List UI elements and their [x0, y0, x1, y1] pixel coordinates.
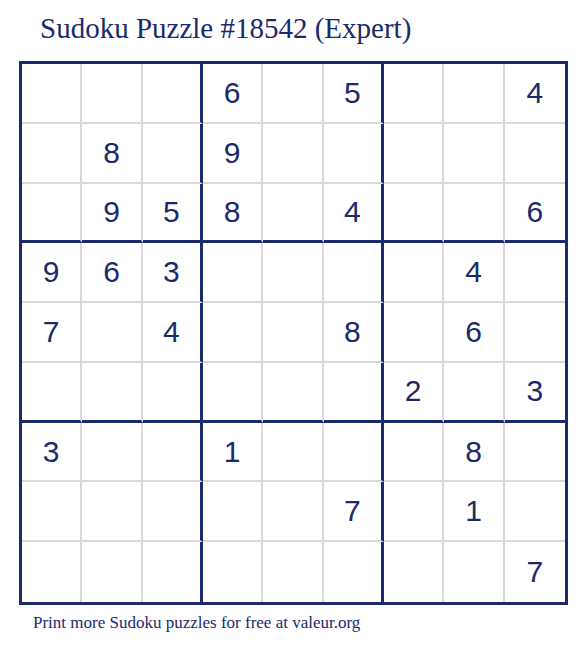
- sudoku-cell-r8c1: [22, 482, 82, 542]
- sudoku-cell-r6c1: [22, 363, 82, 423]
- sudoku-cell-r9c8: [444, 542, 504, 602]
- sudoku-cell-r6c4: [203, 363, 263, 423]
- sudoku-cell-r7c8: 8: [444, 423, 504, 483]
- sudoku-cell-r2c2: 8: [82, 124, 142, 184]
- sudoku-cell-r5c2: [82, 303, 142, 363]
- sudoku-cell-r6c3: [143, 363, 203, 423]
- sudoku-cell-r8c3: [143, 482, 203, 542]
- sudoku-cell-r8c8: 1: [444, 482, 504, 542]
- sudoku-page: Sudoku Puzzle #18542 (Expert) 6548995846…: [0, 0, 580, 651]
- sudoku-cell-r3c2: 9: [82, 184, 142, 244]
- sudoku-cell-r9c5: [263, 542, 323, 602]
- sudoku-cell-r7c9: [505, 423, 565, 483]
- sudoku-cell-r1c5: [263, 64, 323, 124]
- sudoku-cell-r4c9: [505, 243, 565, 303]
- sudoku-cell-r4c7: [384, 243, 444, 303]
- sudoku-cell-r1c4: 6: [203, 64, 263, 124]
- sudoku-cell-r8c4: [203, 482, 263, 542]
- sudoku-cell-r3c5: [263, 184, 323, 244]
- sudoku-cell-r8c7: [384, 482, 444, 542]
- sudoku-cell-r5c9: [505, 303, 565, 363]
- sudoku-cell-r4c3: 3: [143, 243, 203, 303]
- sudoku-cell-r3c7: [384, 184, 444, 244]
- sudoku-cell-r3c9: 6: [505, 184, 565, 244]
- sudoku-cell-r1c6: 5: [324, 64, 384, 124]
- sudoku-cell-r9c4: [203, 542, 263, 602]
- sudoku-cell-r6c8: [444, 363, 504, 423]
- sudoku-cell-r5c5: [263, 303, 323, 363]
- sudoku-cell-r1c1: [22, 64, 82, 124]
- sudoku-cell-r8c9: [505, 482, 565, 542]
- sudoku-cell-r2c8: [444, 124, 504, 184]
- sudoku-cell-r7c4: 1: [203, 423, 263, 483]
- sudoku-cell-r5c8: 6: [444, 303, 504, 363]
- sudoku-cell-r5c1: 7: [22, 303, 82, 363]
- sudoku-cell-r2c1: [22, 124, 82, 184]
- sudoku-cell-r7c2: [82, 423, 142, 483]
- sudoku-cell-r3c6: 4: [324, 184, 384, 244]
- sudoku-cell-r5c7: [384, 303, 444, 363]
- sudoku-cell-r5c3: 4: [143, 303, 203, 363]
- sudoku-cell-r7c5: [263, 423, 323, 483]
- sudoku-cell-r1c2: [82, 64, 142, 124]
- sudoku-cell-r1c9: 4: [505, 64, 565, 124]
- sudoku-cell-r1c3: [143, 64, 203, 124]
- sudoku-cell-r5c6: 8: [324, 303, 384, 363]
- sudoku-cell-r4c1: 9: [22, 243, 82, 303]
- sudoku-board: 65489958469634748623318717: [19, 61, 568, 605]
- sudoku-cell-r6c9: 3: [505, 363, 565, 423]
- sudoku-cell-r4c4: [203, 243, 263, 303]
- sudoku-cell-r2c5: [263, 124, 323, 184]
- sudoku-cell-r6c7: 2: [384, 363, 444, 423]
- sudoku-cell-r8c5: [263, 482, 323, 542]
- sudoku-cell-r7c3: [143, 423, 203, 483]
- sudoku-cell-r9c7: [384, 542, 444, 602]
- sudoku-cell-r9c6: [324, 542, 384, 602]
- sudoku-cell-r4c5: [263, 243, 323, 303]
- sudoku-cell-r7c6: [324, 423, 384, 483]
- sudoku-cell-r4c8: 4: [444, 243, 504, 303]
- sudoku-cell-r2c6: [324, 124, 384, 184]
- sudoku-cell-r3c3: 5: [143, 184, 203, 244]
- sudoku-cell-r6c6: [324, 363, 384, 423]
- footer-text: Print more Sudoku puzzles for free at va…: [33, 613, 360, 633]
- sudoku-cell-r4c6: [324, 243, 384, 303]
- sudoku-cell-r2c4: 9: [203, 124, 263, 184]
- sudoku-cell-r2c7: [384, 124, 444, 184]
- sudoku-cell-r6c2: [82, 363, 142, 423]
- sudoku-cell-r3c4: 8: [203, 184, 263, 244]
- sudoku-cell-r8c2: [82, 482, 142, 542]
- sudoku-cell-r2c3: [143, 124, 203, 184]
- sudoku-cell-r9c9: 7: [505, 542, 565, 602]
- sudoku-cell-r2c9: [505, 124, 565, 184]
- sudoku-cell-r3c8: [444, 184, 504, 244]
- sudoku-cell-r9c3: [143, 542, 203, 602]
- sudoku-cell-r7c7: [384, 423, 444, 483]
- sudoku-cell-r1c8: [444, 64, 504, 124]
- page-title: Sudoku Puzzle #18542 (Expert): [40, 13, 411, 45]
- sudoku-cell-r9c1: [22, 542, 82, 602]
- sudoku-cell-r7c1: 3: [22, 423, 82, 483]
- sudoku-cell-r5c4: [203, 303, 263, 363]
- sudoku-cell-r1c7: [384, 64, 444, 124]
- sudoku-cell-r6c5: [263, 363, 323, 423]
- sudoku-cell-r9c2: [82, 542, 142, 602]
- sudoku-cell-r4c2: 6: [82, 243, 142, 303]
- sudoku-cell-r3c1: [22, 184, 82, 244]
- sudoku-cell-r8c6: 7: [324, 482, 384, 542]
